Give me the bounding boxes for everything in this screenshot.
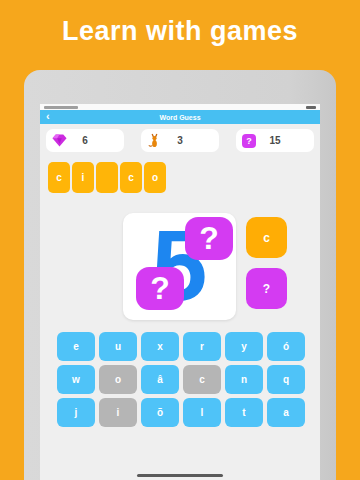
- banner-title: Learn with games: [0, 16, 360, 47]
- key-l[interactable]: l: [183, 398, 221, 427]
- question-hint-button[interactable]: ?: [246, 268, 287, 309]
- word-tiles: cico: [48, 162, 166, 193]
- keyboard: euxryówoâcnqjiõlta: [57, 332, 305, 427]
- nav-title: Word Guess: [40, 110, 320, 124]
- key-e[interactable]: e: [57, 332, 95, 361]
- key-ó[interactable]: ó: [267, 332, 305, 361]
- key-i[interactable]: i: [99, 398, 137, 427]
- key-x[interactable]: x: [141, 332, 179, 361]
- letter-tile: c: [120, 162, 142, 193]
- lives-count: 3: [141, 129, 219, 152]
- letter-tile: i: [72, 162, 94, 193]
- lives-counter: 3: [141, 129, 219, 152]
- key-y[interactable]: y: [225, 332, 263, 361]
- key-t[interactable]: t: [225, 398, 263, 427]
- letter-tile: o: [144, 162, 166, 193]
- key-r[interactable]: r: [183, 332, 221, 361]
- home-indicator: [137, 474, 223, 477]
- key-j[interactable]: j: [57, 398, 95, 427]
- nav-bar: ‹ Word Guess: [40, 110, 320, 124]
- key-c[interactable]: c: [183, 365, 221, 394]
- key-a[interactable]: a: [267, 398, 305, 427]
- stats-row: 6 3 ? 15: [40, 129, 320, 152]
- mystery-square-icon: ?: [185, 217, 233, 260]
- key-u[interactable]: u: [99, 332, 137, 361]
- empty-letter-tile: [96, 162, 118, 193]
- tablet-mockup: ‹ Word Guess 6 3: [24, 70, 336, 480]
- letter-hint-button[interactable]: c: [246, 217, 287, 258]
- gems-count: 6: [46, 129, 124, 152]
- mystery-square-icon: ?: [136, 267, 184, 310]
- key-q[interactable]: q: [267, 365, 305, 394]
- key-n[interactable]: n: [225, 365, 263, 394]
- battery-icon: [306, 106, 316, 109]
- hints-count: 15: [236, 129, 314, 152]
- key-õ[interactable]: õ: [141, 398, 179, 427]
- key-â[interactable]: â: [141, 365, 179, 394]
- key-o[interactable]: o: [99, 365, 137, 394]
- picture-clue-card: 5 ? ?: [123, 213, 236, 320]
- letter-tile: c: [48, 162, 70, 193]
- key-w[interactable]: w: [57, 365, 95, 394]
- hints-counter: ? 15: [236, 129, 314, 152]
- gems-counter: 6: [46, 129, 124, 152]
- app-screen: ‹ Word Guess 6 3: [40, 104, 320, 480]
- status-time-area: [44, 106, 78, 109]
